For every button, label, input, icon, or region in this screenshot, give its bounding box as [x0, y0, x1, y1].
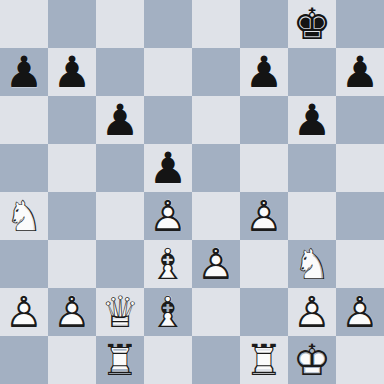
white-pawn-glyph-fill: ♟ — [48, 288, 96, 336]
square-h3[interactable] — [336, 240, 384, 288]
square-b4[interactable] — [48, 192, 96, 240]
square-f1[interactable]: ♜♖ — [240, 336, 288, 384]
piece-black-pawn-d5[interactable]: ♟ — [144, 144, 192, 192]
piece-white-bishop-d2[interactable]: ♝♗ — [144, 288, 192, 336]
piece-white-pawn-e3[interactable]: ♟♙ — [192, 240, 240, 288]
square-b3[interactable] — [48, 240, 96, 288]
square-c6[interactable]: ♟ — [96, 96, 144, 144]
white-pawn-glyph: ♙ — [144, 192, 192, 240]
piece-white-pawn-h2[interactable]: ♟♙ — [336, 288, 384, 336]
square-c2[interactable]: ♛♕ — [96, 288, 144, 336]
piece-black-pawn-g6[interactable]: ♟ — [288, 96, 336, 144]
square-d8[interactable] — [144, 0, 192, 48]
white-rook-glyph-fill: ♜ — [240, 336, 288, 384]
black-pawn-glyph: ♟ — [48, 48, 96, 96]
square-h2[interactable]: ♟♙ — [336, 288, 384, 336]
square-g5[interactable] — [288, 144, 336, 192]
square-e5[interactable] — [192, 144, 240, 192]
square-g4[interactable] — [288, 192, 336, 240]
piece-white-bishop-d3[interactable]: ♝♗ — [144, 240, 192, 288]
square-d3[interactable]: ♝♗ — [144, 240, 192, 288]
square-g3[interactable]: ♞♘ — [288, 240, 336, 288]
square-e8[interactable] — [192, 0, 240, 48]
square-e1[interactable] — [192, 336, 240, 384]
square-g2[interactable]: ♟♙ — [288, 288, 336, 336]
piece-white-knight-a4[interactable]: ♞♘ — [0, 192, 48, 240]
white-pawn-glyph: ♙ — [336, 288, 384, 336]
square-f7[interactable]: ♟ — [240, 48, 288, 96]
square-h4[interactable] — [336, 192, 384, 240]
square-b1[interactable] — [48, 336, 96, 384]
black-pawn-glyph: ♟ — [144, 144, 192, 192]
piece-black-pawn-b7[interactable]: ♟ — [48, 48, 96, 96]
square-e7[interactable] — [192, 48, 240, 96]
white-bishop-glyph: ♗ — [144, 240, 192, 288]
square-h7[interactable]: ♟ — [336, 48, 384, 96]
piece-white-pawn-a2[interactable]: ♟♙ — [0, 288, 48, 336]
piece-black-pawn-c6[interactable]: ♟ — [96, 96, 144, 144]
piece-white-pawn-d4[interactable]: ♟♙ — [144, 192, 192, 240]
square-a8[interactable] — [0, 0, 48, 48]
square-a5[interactable] — [0, 144, 48, 192]
square-d6[interactable] — [144, 96, 192, 144]
black-king-glyph: ♚ — [288, 0, 336, 48]
white-knight-glyph: ♘ — [288, 240, 336, 288]
square-a7[interactable]: ♟ — [0, 48, 48, 96]
square-g8[interactable]: ♚ — [288, 0, 336, 48]
square-d2[interactable]: ♝♗ — [144, 288, 192, 336]
square-b2[interactable]: ♟♙ — [48, 288, 96, 336]
piece-white-rook-c1[interactable]: ♜♖ — [96, 336, 144, 384]
white-pawn-glyph: ♙ — [48, 288, 96, 336]
square-a2[interactable]: ♟♙ — [0, 288, 48, 336]
white-pawn-glyph-fill: ♟ — [240, 192, 288, 240]
white-pawn-glyph: ♙ — [192, 240, 240, 288]
white-pawn-glyph-fill: ♟ — [288, 288, 336, 336]
black-pawn-glyph: ♟ — [96, 96, 144, 144]
black-pawn-glyph: ♟ — [240, 48, 288, 96]
white-king-glyph: ♔ — [288, 336, 336, 384]
white-bishop-glyph: ♗ — [144, 288, 192, 336]
piece-white-rook-f1[interactable]: ♜♖ — [240, 336, 288, 384]
square-h5[interactable] — [336, 144, 384, 192]
white-queen-glyph-fill: ♛ — [96, 288, 144, 336]
square-f4[interactable]: ♟♙ — [240, 192, 288, 240]
white-queen-glyph: ♕ — [96, 288, 144, 336]
square-d7[interactable] — [144, 48, 192, 96]
white-rook-glyph: ♖ — [96, 336, 144, 384]
piece-white-queen-c2[interactable]: ♛♕ — [96, 288, 144, 336]
piece-white-pawn-b2[interactable]: ♟♙ — [48, 288, 96, 336]
square-b7[interactable]: ♟ — [48, 48, 96, 96]
piece-white-knight-g3[interactable]: ♞♘ — [288, 240, 336, 288]
white-knight-glyph-fill: ♞ — [0, 192, 48, 240]
white-pawn-glyph: ♙ — [240, 192, 288, 240]
square-e4[interactable] — [192, 192, 240, 240]
square-c1[interactable]: ♜♖ — [96, 336, 144, 384]
square-d5[interactable]: ♟ — [144, 144, 192, 192]
square-b6[interactable] — [48, 96, 96, 144]
square-c3[interactable] — [96, 240, 144, 288]
piece-white-king-g1[interactable]: ♚♔ — [288, 336, 336, 384]
white-pawn-glyph-fill: ♟ — [0, 288, 48, 336]
white-bishop-glyph-fill: ♝ — [144, 240, 192, 288]
white-knight-glyph: ♘ — [0, 192, 48, 240]
square-f2[interactable] — [240, 288, 288, 336]
white-bishop-glyph-fill: ♝ — [144, 288, 192, 336]
square-b5[interactable] — [48, 144, 96, 192]
piece-white-pawn-f4[interactable]: ♟♙ — [240, 192, 288, 240]
square-a6[interactable] — [0, 96, 48, 144]
square-d1[interactable] — [144, 336, 192, 384]
square-a1[interactable] — [0, 336, 48, 384]
square-f3[interactable] — [240, 240, 288, 288]
white-pawn-glyph: ♙ — [0, 288, 48, 336]
piece-black-pawn-f7[interactable]: ♟ — [240, 48, 288, 96]
white-pawn-glyph: ♙ — [288, 288, 336, 336]
square-f8[interactable] — [240, 0, 288, 48]
white-rook-glyph-fill: ♜ — [96, 336, 144, 384]
square-c5[interactable] — [96, 144, 144, 192]
square-c8[interactable] — [96, 0, 144, 48]
square-b8[interactable] — [48, 0, 96, 48]
white-pawn-glyph-fill: ♟ — [192, 240, 240, 288]
square-e2[interactable] — [192, 288, 240, 336]
piece-black-king-g8[interactable]: ♚ — [288, 0, 336, 48]
white-rook-glyph: ♖ — [240, 336, 288, 384]
square-c7[interactable] — [96, 48, 144, 96]
black-pawn-glyph: ♟ — [0, 48, 48, 96]
square-e3[interactable]: ♟♙ — [192, 240, 240, 288]
white-pawn-glyph-fill: ♟ — [144, 192, 192, 240]
chess-board: ♚♟♟♟♟♟♟♟♞♘♟♙♟♙♝♗♟♙♞♘♟♙♟♙♛♕♝♗♟♙♟♙♜♖♜♖♚♔ — [0, 0, 384, 384]
piece-white-pawn-g2[interactable]: ♟♙ — [288, 288, 336, 336]
square-g1[interactable]: ♚♔ — [288, 336, 336, 384]
white-knight-glyph-fill: ♞ — [288, 240, 336, 288]
square-g6[interactable]: ♟ — [288, 96, 336, 144]
square-d4[interactable]: ♟♙ — [144, 192, 192, 240]
square-h1[interactable] — [336, 336, 384, 384]
square-c4[interactable] — [96, 192, 144, 240]
square-g7[interactable] — [288, 48, 336, 96]
black-pawn-glyph: ♟ — [288, 96, 336, 144]
square-e6[interactable] — [192, 96, 240, 144]
square-a4[interactable]: ♞♘ — [0, 192, 48, 240]
square-f5[interactable] — [240, 144, 288, 192]
square-h8[interactable] — [336, 0, 384, 48]
square-h6[interactable] — [336, 96, 384, 144]
piece-black-pawn-h7[interactable]: ♟ — [336, 48, 384, 96]
white-king-glyph-fill: ♚ — [288, 336, 336, 384]
black-pawn-glyph: ♟ — [336, 48, 384, 96]
white-pawn-glyph-fill: ♟ — [336, 288, 384, 336]
square-f6[interactable] — [240, 96, 288, 144]
piece-black-pawn-a7[interactable]: ♟ — [0, 48, 48, 96]
square-a3[interactable] — [0, 240, 48, 288]
